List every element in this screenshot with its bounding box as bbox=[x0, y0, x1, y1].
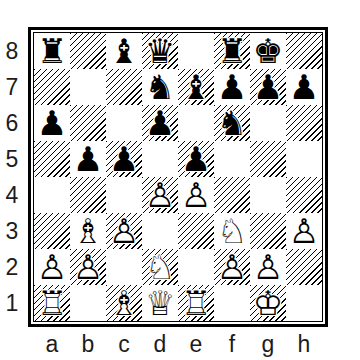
file-label-c: c bbox=[106, 331, 142, 357]
piece-white-pawn: ♟♙ bbox=[250, 249, 286, 285]
square-b4[interactable] bbox=[70, 177, 106, 213]
piece-glyph: ♟ bbox=[34, 105, 70, 141]
file-label-g: g bbox=[250, 331, 286, 357]
rank-label-4: 4 bbox=[0, 177, 24, 213]
piece-black-queen: ♛♛ bbox=[142, 33, 178, 69]
square-a7[interactable] bbox=[34, 69, 70, 105]
square-h7[interactable]: ♟♟ bbox=[286, 69, 322, 105]
square-h4[interactable] bbox=[286, 177, 322, 213]
square-f3[interactable]: ♞♘ bbox=[214, 213, 250, 249]
square-f6[interactable]: ♞♞ bbox=[214, 105, 250, 141]
square-a4[interactable] bbox=[34, 177, 70, 213]
piece-glyph: ♕ bbox=[142, 285, 178, 321]
piece-glyph: ♟ bbox=[142, 105, 178, 141]
piece-black-king: ♚♚ bbox=[250, 33, 286, 69]
square-b8[interactable] bbox=[70, 33, 106, 69]
square-g6[interactable] bbox=[250, 105, 286, 141]
square-d1[interactable]: ♛♕ bbox=[142, 285, 178, 321]
file-label-f: f bbox=[214, 331, 250, 357]
square-e5[interactable]: ♟♟ bbox=[178, 141, 214, 177]
square-c4[interactable] bbox=[106, 177, 142, 213]
square-f2[interactable]: ♟♙ bbox=[214, 249, 250, 285]
piece-glyph: ♟ bbox=[286, 69, 322, 105]
square-a3[interactable] bbox=[34, 213, 70, 249]
piece-white-pawn: ♟♙ bbox=[70, 249, 106, 285]
piece-white-queen: ♛♕ bbox=[142, 285, 178, 321]
piece-black-pawn: ♟♟ bbox=[286, 69, 322, 105]
piece-glyph: ♜ bbox=[214, 33, 250, 69]
piece-glyph: ♙ bbox=[34, 249, 70, 285]
piece-black-pawn: ♟♟ bbox=[178, 141, 214, 177]
square-e6[interactable] bbox=[178, 105, 214, 141]
piece-glyph: ♞ bbox=[214, 105, 250, 141]
rank-label-1: 1 bbox=[0, 285, 24, 321]
piece-white-bishop: ♝♗ bbox=[106, 285, 142, 321]
piece-glyph: ♙ bbox=[286, 213, 322, 249]
piece-glyph: ♙ bbox=[142, 177, 178, 213]
piece-black-rook: ♜♜ bbox=[34, 33, 70, 69]
board-frame: ♜♜♝♝♛♛♜♜♚♚♞♞♝♝♟♟♟♟♟♟♟♟♟♟♞♞♟♟♟♟♟♟♟♙♟♙♝♗♟♙… bbox=[28, 27, 328, 327]
piece-black-bishop: ♝♝ bbox=[106, 33, 142, 69]
piece-glyph: ♟ bbox=[214, 69, 250, 105]
square-c7[interactable] bbox=[106, 69, 142, 105]
square-d2[interactable]: ♞♘ bbox=[142, 249, 178, 285]
piece-black-bishop: ♝♝ bbox=[178, 69, 214, 105]
square-c3[interactable]: ♟♙ bbox=[106, 213, 142, 249]
square-f4[interactable] bbox=[214, 177, 250, 213]
rank-label-7: 7 bbox=[0, 69, 24, 105]
board-inner-border: ♜♜♝♝♛♛♜♜♚♚♞♞♝♝♟♟♟♟♟♟♟♟♟♟♞♞♟♟♟♟♟♟♟♙♟♙♝♗♟♙… bbox=[33, 32, 323, 322]
square-b6[interactable] bbox=[70, 105, 106, 141]
square-h3[interactable]: ♟♙ bbox=[286, 213, 322, 249]
piece-glyph: ♗ bbox=[70, 213, 106, 249]
rank-label-6: 6 bbox=[0, 105, 24, 141]
square-g7[interactable]: ♟♟ bbox=[250, 69, 286, 105]
square-d8[interactable]: ♛♛ bbox=[142, 33, 178, 69]
piece-glyph: ♟ bbox=[178, 141, 214, 177]
piece-glyph: ♙ bbox=[250, 249, 286, 285]
piece-glyph: ♔ bbox=[250, 285, 286, 321]
rank-label-2: 2 bbox=[0, 249, 24, 285]
square-h2[interactable] bbox=[286, 249, 322, 285]
piece-black-pawn: ♟♟ bbox=[250, 69, 286, 105]
piece-white-rook: ♜♖ bbox=[178, 285, 214, 321]
piece-black-pawn: ♟♟ bbox=[34, 105, 70, 141]
piece-white-knight: ♞♘ bbox=[214, 213, 250, 249]
square-c5[interactable]: ♟♟ bbox=[106, 141, 142, 177]
square-g2[interactable]: ♟♙ bbox=[250, 249, 286, 285]
square-c2[interactable] bbox=[106, 249, 142, 285]
square-h5[interactable] bbox=[286, 141, 322, 177]
square-g8[interactable]: ♚♚ bbox=[250, 33, 286, 69]
piece-white-bishop: ♝♗ bbox=[70, 213, 106, 249]
piece-white-rook: ♜♖ bbox=[34, 285, 70, 321]
square-d7[interactable]: ♞♞ bbox=[142, 69, 178, 105]
piece-black-knight: ♞♞ bbox=[142, 69, 178, 105]
square-h1[interactable] bbox=[286, 285, 322, 321]
piece-glyph: ♘ bbox=[214, 213, 250, 249]
square-a1[interactable]: ♜♖ bbox=[34, 285, 70, 321]
chess-diagram: 87654321 ♜♜♝♝♛♛♜♜♚♚♞♞♝♝♟♟♟♟♟♟♟♟♟♟♞♞♟♟♟♟♟… bbox=[0, 0, 360, 360]
square-g1[interactable]: ♚♔ bbox=[250, 285, 286, 321]
rank-labels: 87654321 bbox=[0, 33, 24, 321]
file-label-h: h bbox=[286, 331, 322, 357]
square-g3[interactable] bbox=[250, 213, 286, 249]
piece-white-pawn: ♟♙ bbox=[214, 249, 250, 285]
square-e7[interactable]: ♝♝ bbox=[178, 69, 214, 105]
square-b3[interactable]: ♝♗ bbox=[70, 213, 106, 249]
square-e2[interactable] bbox=[178, 249, 214, 285]
piece-black-pawn: ♟♟ bbox=[142, 105, 178, 141]
file-label-e: e bbox=[178, 331, 214, 357]
piece-white-pawn: ♟♙ bbox=[286, 213, 322, 249]
piece-white-pawn: ♟♙ bbox=[106, 213, 142, 249]
piece-glyph: ♙ bbox=[214, 249, 250, 285]
square-a8[interactable]: ♜♜ bbox=[34, 33, 70, 69]
square-e4[interactable]: ♟♙ bbox=[178, 177, 214, 213]
piece-white-pawn: ♟♙ bbox=[178, 177, 214, 213]
rank-label-3: 3 bbox=[0, 213, 24, 249]
square-g4[interactable] bbox=[250, 177, 286, 213]
piece-glyph: ♗ bbox=[106, 285, 142, 321]
square-d3[interactable] bbox=[142, 213, 178, 249]
square-d4[interactable]: ♟♙ bbox=[142, 177, 178, 213]
square-f1[interactable] bbox=[214, 285, 250, 321]
piece-white-pawn: ♟♙ bbox=[34, 249, 70, 285]
square-d6[interactable]: ♟♟ bbox=[142, 105, 178, 141]
piece-glyph: ♟ bbox=[106, 141, 142, 177]
square-a6[interactable]: ♟♟ bbox=[34, 105, 70, 141]
file-labels: abcdefgh bbox=[34, 331, 322, 357]
file-label-a: a bbox=[34, 331, 70, 357]
square-g5[interactable] bbox=[250, 141, 286, 177]
square-b7[interactable] bbox=[70, 69, 106, 105]
square-e1[interactable]: ♜♖ bbox=[178, 285, 214, 321]
piece-glyph: ♙ bbox=[70, 249, 106, 285]
square-c6[interactable] bbox=[106, 105, 142, 141]
piece-black-rook: ♜♜ bbox=[214, 33, 250, 69]
square-b1[interactable] bbox=[70, 285, 106, 321]
square-e3[interactable] bbox=[178, 213, 214, 249]
piece-glyph: ♝ bbox=[178, 69, 214, 105]
square-f5[interactable] bbox=[214, 141, 250, 177]
file-label-d: d bbox=[142, 331, 178, 357]
piece-black-pawn: ♟♟ bbox=[214, 69, 250, 105]
square-h6[interactable] bbox=[286, 105, 322, 141]
piece-glyph: ♜ bbox=[34, 33, 70, 69]
piece-glyph: ♖ bbox=[178, 285, 214, 321]
piece-glyph: ♙ bbox=[106, 213, 142, 249]
square-h8[interactable] bbox=[286, 33, 322, 69]
square-c1[interactable]: ♝♗ bbox=[106, 285, 142, 321]
piece-glyph: ♞ bbox=[142, 69, 178, 105]
piece-black-pawn: ♟♟ bbox=[106, 141, 142, 177]
square-f7[interactable]: ♟♟ bbox=[214, 69, 250, 105]
rank-label-5: 5 bbox=[0, 141, 24, 177]
piece-glyph: ♖ bbox=[34, 285, 70, 321]
piece-white-knight: ♞♘ bbox=[142, 249, 178, 285]
piece-glyph: ♙ bbox=[178, 177, 214, 213]
square-f8[interactable]: ♜♜ bbox=[214, 33, 250, 69]
piece-glyph: ♘ bbox=[142, 249, 178, 285]
square-e8[interactable] bbox=[178, 33, 214, 69]
square-d5[interactable] bbox=[142, 141, 178, 177]
square-b2[interactable]: ♟♙ bbox=[70, 249, 106, 285]
chess-board: ♜♜♝♝♛♛♜♜♚♚♞♞♝♝♟♟♟♟♟♟♟♟♟♟♞♞♟♟♟♟♟♟♟♙♟♙♝♗♟♙… bbox=[34, 33, 322, 321]
piece-white-pawn: ♟♙ bbox=[142, 177, 178, 213]
piece-glyph: ♝ bbox=[106, 33, 142, 69]
piece-glyph: ♟ bbox=[70, 141, 106, 177]
square-a5[interactable] bbox=[34, 141, 70, 177]
square-a2[interactable]: ♟♙ bbox=[34, 249, 70, 285]
piece-white-king: ♚♔ bbox=[250, 285, 286, 321]
rank-label-8: 8 bbox=[0, 33, 24, 69]
piece-glyph: ♚ bbox=[250, 33, 286, 69]
piece-glyph: ♟ bbox=[250, 69, 286, 105]
square-b5[interactable]: ♟♟ bbox=[70, 141, 106, 177]
file-label-b: b bbox=[70, 331, 106, 357]
square-c8[interactable]: ♝♝ bbox=[106, 33, 142, 69]
piece-black-knight: ♞♞ bbox=[214, 105, 250, 141]
piece-glyph: ♛ bbox=[142, 33, 178, 69]
piece-black-pawn: ♟♟ bbox=[70, 141, 106, 177]
